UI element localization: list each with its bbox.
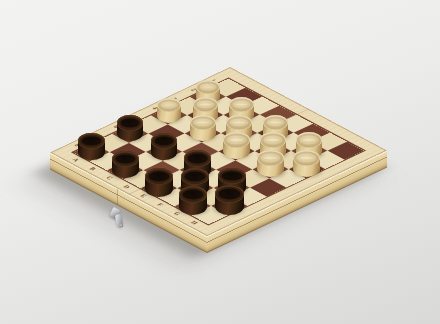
piece-top: [145, 168, 173, 185]
piece-black-a8[interactable]: [78, 133, 104, 160]
piece-top: [179, 186, 208, 203]
piece-top: [226, 115, 252, 130]
piece-top: [78, 133, 104, 149]
piece-top: [257, 150, 284, 166]
piece-white-a4[interactable]: [157, 98, 182, 123]
piece-top: [223, 132, 249, 148]
piece-top: [296, 132, 322, 148]
piece-top: [229, 97, 254, 112]
file-label-f: F: [156, 203, 165, 207]
piece-top: [218, 168, 246, 185]
piece-black-c6[interactable]: [151, 133, 177, 160]
piece-top: [293, 150, 320, 166]
piece-black-h7[interactable]: [215, 185, 244, 214]
piece-white-h3[interactable]: [293, 150, 320, 178]
piece-top: [117, 115, 143, 130]
piece-top: [190, 115, 216, 130]
piece-top: [196, 80, 220, 94]
file-label-b: B: [88, 167, 97, 172]
piece-top: [215, 185, 244, 202]
piece-top: [260, 132, 286, 148]
piece-top: [112, 151, 139, 167]
piece-top: [263, 115, 289, 130]
piece-white-c4[interactable]: [190, 115, 216, 141]
piece-black-e8[interactable]: [145, 168, 173, 196]
piece-white-e4[interactable]: [223, 132, 249, 159]
metal-clasp-icon: [108, 206, 128, 232]
piece-white-g4[interactable]: [257, 150, 284, 178]
clasp-screw: [120, 224, 123, 227]
file-label-d: D: [121, 184, 130, 189]
piece-top: [193, 97, 218, 112]
box-half-seam: [117, 188, 118, 204]
file-label-h: H: [189, 220, 199, 225]
piece-black-g8[interactable]: [179, 186, 208, 215]
piece-top: [184, 150, 211, 166]
product-photo-checkers-board: ABCDEFGH12345678: [0, 0, 440, 324]
piece-top: [181, 168, 209, 185]
piece-top: [151, 133, 177, 149]
piece-black-a6[interactable]: [117, 115, 143, 141]
piece-black-c8[interactable]: [112, 151, 139, 179]
